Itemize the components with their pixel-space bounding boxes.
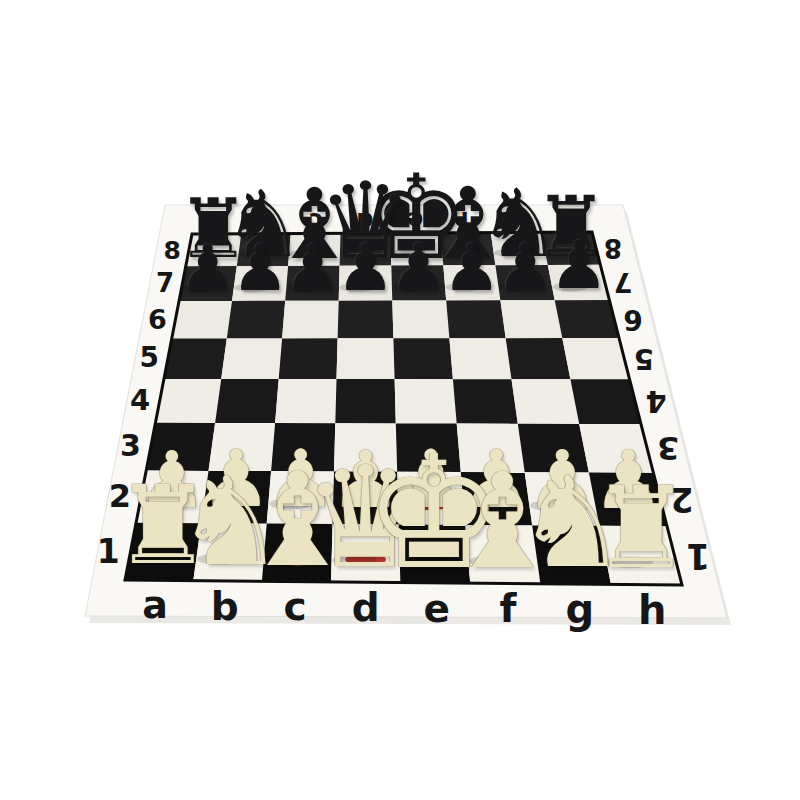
piece-black-pawn[interactable]: ♟ — [389, 235, 447, 300]
piece-white-rook[interactable]: ♜ — [591, 471, 692, 584]
piece-black-pawn[interactable]: ♟ — [443, 235, 501, 300]
piece-black-pawn[interactable]: ♟ — [496, 235, 554, 300]
piece-black-pawn[interactable]: ♟ — [336, 235, 394, 300]
piece-black-pawn[interactable]: ♟ — [284, 236, 341, 300]
chess-set-photo: aabbccddeeffgghh1122334455667788 ♜♞♝♚♛♝♞… — [0, 0, 800, 800]
piece-black-pawn[interactable]: ♟ — [179, 236, 236, 300]
piece-black-pawn[interactable]: ♟ — [231, 236, 288, 300]
piece-black-pawn[interactable]: ♟ — [549, 234, 608, 300]
pieces-layer: ♜♞♝♚♛♝♞♜♟♟♟♟♟♟♟♟♟♟♟♟♟♟♟♟♜♞♝♛♚♝♞♜ — [0, 0, 800, 800]
